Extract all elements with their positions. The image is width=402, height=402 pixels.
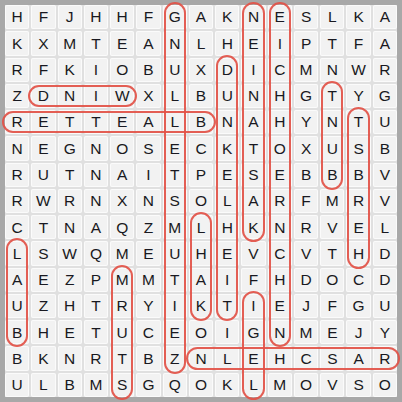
grid-cell[interactable]: S	[31, 241, 55, 265]
grid-cell[interactable]: Q	[110, 215, 134, 239]
grid-cell[interactable]: M	[58, 31, 82, 55]
grid-cell[interactable]: N	[320, 110, 344, 134]
grid-cell[interactable]: R	[373, 58, 397, 82]
grid-cell[interactable]: E	[320, 320, 344, 344]
grid-cell[interactable]: A	[110, 163, 134, 187]
grid-cell[interactable]: I	[241, 294, 265, 318]
grid-cell[interactable]: B	[136, 346, 160, 370]
grid-cell[interactable]: E	[31, 136, 55, 160]
grid-cell[interactable]: T	[84, 31, 108, 55]
grid-cell[interactable]: G	[241, 320, 265, 344]
grid-cell[interactable]: E	[110, 31, 134, 55]
grid-cell[interactable]: X	[294, 136, 318, 160]
grid-cell[interactable]: M	[136, 268, 160, 292]
grid-cell[interactable]: N	[268, 320, 292, 344]
grid-cell[interactable]: B	[58, 373, 82, 397]
grid-cell[interactable]: U	[320, 136, 344, 160]
grid-cell[interactable]: O	[320, 268, 344, 292]
grid-cell[interactable]: K	[58, 58, 82, 82]
grid-cell[interactable]: L	[241, 373, 265, 397]
grid-cell[interactable]: M	[110, 241, 134, 265]
grid-cell[interactable]: N	[268, 215, 292, 239]
grid-cell[interactable]: V	[373, 163, 397, 187]
grid-cell[interactable]: H	[31, 320, 55, 344]
grid-cell[interactable]: Q	[163, 373, 187, 397]
grid-cell[interactable]: Z	[5, 84, 29, 108]
grid-cell[interactable]: O	[110, 58, 134, 82]
grid-cell[interactable]: L	[189, 215, 213, 239]
grid-cell[interactable]: W	[31, 189, 55, 213]
grid-cell[interactable]: X	[189, 58, 213, 82]
grid-cell[interactable]: N	[5, 136, 29, 160]
grid-cell[interactable]: N	[163, 31, 187, 55]
grid-cell[interactable]: E	[163, 136, 187, 160]
grid-cell[interactable]: R	[58, 189, 82, 213]
grid-cell[interactable]: I	[84, 58, 108, 82]
grid-cell[interactable]: A	[241, 189, 265, 213]
grid-cell[interactable]: U	[163, 58, 187, 82]
grid-cell[interactable]: G	[373, 84, 397, 108]
grid-cell[interactable]: M	[320, 189, 344, 213]
grid-cell[interactable]: J	[346, 320, 370, 344]
grid-cell[interactable]: L	[320, 5, 344, 29]
grid-cell[interactable]: F	[136, 5, 160, 29]
grid-cell[interactable]: N	[58, 215, 82, 239]
grid-cell[interactable]: C	[136, 320, 160, 344]
grid-cell[interactable]: S	[346, 373, 370, 397]
grid-cell[interactable]: H	[5, 5, 29, 29]
grid-cell[interactable]: P	[294, 31, 318, 55]
grid-cell[interactable]: O	[294, 373, 318, 397]
grid-cell[interactable]: E	[163, 320, 187, 344]
grid-cell[interactable]: T	[31, 215, 55, 239]
grid-cell[interactable]: U	[110, 320, 134, 344]
grid-cell[interactable]: E	[268, 5, 292, 29]
grid-cell[interactable]: U	[163, 241, 187, 265]
grid-cell[interactable]: A	[136, 31, 160, 55]
grid-cell[interactable]: Z	[163, 346, 187, 370]
grid-cell[interactable]: N	[58, 84, 82, 108]
grid-cell[interactable]: B	[373, 136, 397, 160]
grid-cell[interactable]: L	[163, 84, 187, 108]
grid-cell[interactable]: R	[5, 58, 29, 82]
grid-cell[interactable]: Y	[373, 320, 397, 344]
grid-cell[interactable]: F	[346, 31, 370, 55]
grid-cell[interactable]: V	[373, 189, 397, 213]
grid-cell[interactable]: X	[31, 31, 55, 55]
grid-cell[interactable]: K	[346, 5, 370, 29]
word-search-board-frame: HFJHHFGAKNESLKAKXMTEANLHEIPTFARFKIOBUXDI…	[0, 0, 402, 402]
grid-cell[interactable]: E	[31, 268, 55, 292]
grid-cell[interactable]: F	[294, 189, 318, 213]
grid-cell[interactable]: N	[320, 58, 344, 82]
grid-cell[interactable]: A	[189, 5, 213, 29]
grid-cell[interactable]: Y	[136, 294, 160, 318]
grid-cell[interactable]: J	[58, 5, 82, 29]
grid-cell[interactable]: I	[136, 163, 160, 187]
grid-cell[interactable]: K	[189, 294, 213, 318]
grid-cell[interactable]: N	[241, 84, 265, 108]
grid-cell[interactable]: H	[268, 110, 292, 134]
grid-cell[interactable]: L	[373, 215, 397, 239]
grid-cell[interactable]: U	[215, 84, 239, 108]
grid-cell[interactable]: W	[58, 241, 82, 265]
grid-cell[interactable]: N	[84, 189, 108, 213]
grid-cell[interactable]: R	[294, 215, 318, 239]
grid-cell[interactable]: G	[58, 136, 82, 160]
grid-cell[interactable]: O	[189, 373, 213, 397]
grid-cell[interactable]: N	[84, 163, 108, 187]
word-search-grid: HFJHHFGAKNESLKAKXMTEANLHEIPTFARFKIOBUXDI…	[5, 5, 397, 397]
grid-cell[interactable]: S	[294, 5, 318, 29]
grid-cell[interactable]: C	[268, 241, 292, 265]
grid-cell[interactable]: O	[189, 189, 213, 213]
grid-cell[interactable]: G	[136, 373, 160, 397]
grid-cell[interactable]: K	[241, 215, 265, 239]
grid-cell[interactable]: D	[215, 58, 239, 82]
grid-cell[interactable]: O	[373, 373, 397, 397]
grid-cell[interactable]: K	[215, 373, 239, 397]
grid-cell[interactable]: H	[110, 5, 134, 29]
grid-cell[interactable]: C	[268, 58, 292, 82]
grid-cell[interactable]: B	[5, 320, 29, 344]
grid-cell[interactable]: G	[294, 84, 318, 108]
grid-cell[interactable]: D	[373, 268, 397, 292]
grid-cell[interactable]: B	[346, 163, 370, 187]
grid-cell[interactable]: N	[241, 5, 265, 29]
grid-cell[interactable]: R	[373, 346, 397, 370]
grid-cell[interactable]: Y	[346, 84, 370, 108]
grid-cell[interactable]: E	[215, 163, 239, 187]
grid-cell[interactable]: P	[189, 163, 213, 187]
grid-cell[interactable]: X	[110, 189, 134, 213]
grid-cell[interactable]: T	[241, 136, 265, 160]
grid-cell[interactable]: R	[268, 189, 292, 213]
grid-cell[interactable]: V	[320, 215, 344, 239]
grid-cell[interactable]: T	[58, 163, 82, 187]
grid-cell[interactable]: D	[294, 268, 318, 292]
grid-cell[interactable]: T	[58, 110, 82, 134]
grid-cell[interactable]: K	[215, 136, 239, 160]
grid-cell[interactable]: U	[5, 373, 29, 397]
grid-cell[interactable]: J	[294, 294, 318, 318]
grid-cell[interactable]: G	[346, 294, 370, 318]
grid-cell[interactable]: N	[84, 136, 108, 160]
grid-cell[interactable]: T	[215, 294, 239, 318]
grid-cell[interactable]: H	[215, 215, 239, 239]
grid-cell[interactable]: Y	[294, 110, 318, 134]
grid-cell[interactable]: R	[5, 189, 29, 213]
grid-cell[interactable]: Z	[58, 268, 82, 292]
grid-cell[interactable]: T	[84, 320, 108, 344]
grid-cell[interactable]: T	[320, 31, 344, 55]
grid-cell[interactable]: K	[31, 346, 55, 370]
grid-cell[interactable]: I	[215, 268, 239, 292]
grid-cell[interactable]: B	[5, 346, 29, 370]
grid-cell[interactable]: A	[373, 31, 397, 55]
grid-cell[interactable]: L	[189, 31, 213, 55]
grid-cell[interactable]: F	[31, 5, 55, 29]
grid-cell[interactable]: E	[110, 110, 134, 134]
grid-cell[interactable]: I	[268, 31, 292, 55]
grid-cell[interactable]: T	[163, 163, 187, 187]
grid-cell[interactable]: N	[189, 346, 213, 370]
grid-cell[interactable]: I	[163, 294, 187, 318]
grid-cell[interactable]: A	[5, 268, 29, 292]
grid-cell[interactable]: M	[110, 268, 134, 292]
grid-cell[interactable]: S	[241, 163, 265, 187]
grid-cell[interactable]: R	[84, 346, 108, 370]
grid-cell[interactable]: F	[320, 294, 344, 318]
grid-cell[interactable]: A	[136, 110, 160, 134]
grid-cell[interactable]: N	[136, 189, 160, 213]
grid-cell[interactable]: U	[5, 294, 29, 318]
grid-cell[interactable]: D	[31, 84, 55, 108]
grid-cell[interactable]: X	[136, 84, 160, 108]
grid-cell[interactable]: L	[215, 346, 239, 370]
grid-cell[interactable]: T	[84, 294, 108, 318]
grid-cell[interactable]: V	[320, 373, 344, 397]
grid-cell[interactable]: H	[215, 31, 239, 55]
grid-cell[interactable]: H	[268, 346, 292, 370]
grid-cell[interactable]: U	[373, 294, 397, 318]
grid-cell[interactable]: A	[84, 215, 108, 239]
grid-cell[interactable]: I	[215, 320, 239, 344]
grid-cell[interactable]: V	[241, 241, 265, 265]
grid-cell[interactable]: S	[163, 189, 187, 213]
grid-cell[interactable]: S	[346, 136, 370, 160]
grid-cell[interactable]: U	[373, 110, 397, 134]
grid-cell[interactable]: M	[84, 373, 108, 397]
grid-cell[interactable]: R	[346, 189, 370, 213]
grid-cell[interactable]: A	[241, 110, 265, 134]
grid-cell[interactable]: C	[294, 346, 318, 370]
grid-cell[interactable]: S	[136, 136, 160, 160]
grid-cell[interactable]: N	[58, 346, 82, 370]
grid-cell[interactable]: P	[84, 268, 108, 292]
grid-cell[interactable]: B	[189, 84, 213, 108]
grid-cell[interactable]: I	[84, 84, 108, 108]
grid-cell[interactable]: B	[136, 58, 160, 82]
grid-cell[interactable]: T	[320, 241, 344, 265]
grid-cell[interactable]: H	[346, 241, 370, 265]
grid-cell[interactable]: K	[5, 31, 29, 55]
grid-cell[interactable]: O	[110, 136, 134, 160]
grid-cell[interactable]: S	[320, 346, 344, 370]
grid-cell[interactable]: T	[84, 110, 108, 134]
grid-cell[interactable]: H	[268, 84, 292, 108]
grid-cell[interactable]: U	[31, 163, 55, 187]
grid-cell[interactable]: Z	[136, 215, 160, 239]
grid-cell[interactable]: R	[5, 110, 29, 134]
grid-cell[interactable]: Z	[31, 294, 55, 318]
grid-cell[interactable]: B	[189, 110, 213, 134]
grid-cell[interactable]: E	[215, 241, 239, 265]
grid-cell[interactable]: E	[268, 294, 292, 318]
grid-cell[interactable]: R	[110, 294, 134, 318]
grid-cell[interactable]: H	[84, 5, 108, 29]
grid-cell[interactable]: A	[189, 268, 213, 292]
grid-cell[interactable]: O	[268, 136, 292, 160]
grid-cell[interactable]: C	[5, 215, 29, 239]
grid-cell[interactable]: F	[31, 58, 55, 82]
grid-cell[interactable]: V	[294, 241, 318, 265]
grid-cell[interactable]: G	[163, 5, 187, 29]
grid-cell[interactable]: A	[346, 346, 370, 370]
grid-cell[interactable]: M	[163, 215, 187, 239]
grid-cell[interactable]: L	[163, 110, 187, 134]
grid-cell[interactable]: T	[110, 346, 134, 370]
grid-cell[interactable]: M	[268, 373, 292, 397]
grid-cell[interactable]: T	[163, 268, 187, 292]
grid-cell[interactable]: E	[58, 320, 82, 344]
grid-cell[interactable]: H	[58, 294, 82, 318]
grid-cell[interactable]: H	[189, 241, 213, 265]
grid-cell[interactable]: Q	[84, 241, 108, 265]
grid-cell[interactable]: C	[189, 136, 213, 160]
grid-cell[interactable]: E	[268, 163, 292, 187]
grid-cell[interactable]: L	[31, 373, 55, 397]
grid-cell[interactable]: T	[320, 84, 344, 108]
grid-cell[interactable]: E	[136, 241, 160, 265]
grid-cell[interactable]: T	[346, 110, 370, 134]
grid-cell[interactable]: B	[294, 163, 318, 187]
grid-cell[interactable]: R	[5, 163, 29, 187]
grid-cell[interactable]: M	[294, 58, 318, 82]
grid-cell[interactable]: K	[215, 5, 239, 29]
grid-cell[interactable]: E	[241, 346, 265, 370]
grid-cell[interactable]: M	[294, 320, 318, 344]
grid-cell[interactable]: H	[268, 268, 292, 292]
grid-cell[interactable]: A	[373, 5, 397, 29]
grid-cell[interactable]: E	[346, 215, 370, 239]
grid-cell[interactable]: B	[320, 163, 344, 187]
grid-cell[interactable]: L	[215, 189, 239, 213]
grid-cell[interactable]: W	[346, 58, 370, 82]
grid-cell[interactable]: S	[110, 373, 134, 397]
grid-cell[interactable]: L	[5, 241, 29, 265]
grid-cell[interactable]: D	[373, 241, 397, 265]
grid-cell[interactable]: N	[215, 110, 239, 134]
grid-cell[interactable]: O	[189, 320, 213, 344]
grid-cell[interactable]: I	[241, 58, 265, 82]
grid-cell[interactable]: C	[346, 268, 370, 292]
grid-cell[interactable]: W	[110, 84, 134, 108]
grid-cell[interactable]: F	[241, 268, 265, 292]
grid-cell[interactable]: E	[241, 31, 265, 55]
grid-cell[interactable]: E	[31, 110, 55, 134]
